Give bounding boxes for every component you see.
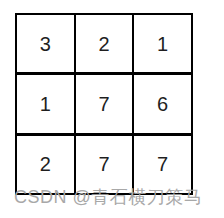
grid-cell-r1c2: 2 xyxy=(76,15,133,72)
grid-cell-r1c3: 1 xyxy=(134,15,191,72)
watermark-text: CSDN @青石横刀策马 xyxy=(14,187,202,207)
grid-cell-r2c1: 1 xyxy=(17,75,74,132)
grid-cell-r2c3: 6 xyxy=(134,75,191,132)
grid-cell-r3c2: 7 xyxy=(76,136,133,193)
grid-cell-r3c3: 7 xyxy=(134,136,191,193)
page-background: 3 2 1 1 7 6 2 7 7 CSDN @青石横刀策马 xyxy=(0,0,224,218)
puzzle-grid: 3 2 1 1 7 6 2 7 7 xyxy=(15,13,193,195)
grid-cell-r2c2: 7 xyxy=(76,75,133,132)
grid-cell-r1c1: 3 xyxy=(17,15,74,72)
grid-cell-r3c1: 2 xyxy=(17,136,74,193)
